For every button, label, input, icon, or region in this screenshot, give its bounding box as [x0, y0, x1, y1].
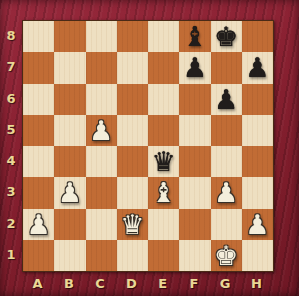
square-b8[interactable]: [54, 21, 85, 52]
square-c2[interactable]: [86, 209, 117, 240]
file-label-f: F: [178, 270, 209, 296]
square-h7[interactable]: ♟: [242, 52, 273, 83]
square-f8[interactable]: ♝: [179, 21, 210, 52]
black-queen-e4[interactable]: ♛: [152, 148, 176, 175]
square-b6[interactable]: [54, 84, 85, 115]
square-h3[interactable]: [242, 177, 273, 208]
square-c7[interactable]: [86, 52, 117, 83]
white-pawn-g3[interactable]: ♟: [214, 179, 238, 206]
file-labels: ABCDEFGH: [22, 270, 272, 296]
square-f5[interactable]: [179, 115, 210, 146]
square-d6[interactable]: [117, 84, 148, 115]
square-g4[interactable]: [211, 146, 242, 177]
black-pawn-f7[interactable]: ♟: [183, 54, 207, 81]
square-a3[interactable]: [23, 177, 54, 208]
square-g6[interactable]: ♟: [211, 84, 242, 115]
square-c1[interactable]: [86, 240, 117, 271]
white-bishop-e3[interactable]: ♝: [152, 179, 176, 206]
chess-diagram: 87654321 ♝♚♟♟♟♟♛♟♝♟♟♛♟♚ ABCDEFGH: [0, 0, 299, 296]
square-d1[interactable]: [117, 240, 148, 271]
square-e6[interactable]: [148, 84, 179, 115]
file-label-g: G: [210, 270, 241, 296]
square-d5[interactable]: [117, 115, 148, 146]
square-g8[interactable]: ♚: [211, 21, 242, 52]
square-e7[interactable]: [148, 52, 179, 83]
square-b5[interactable]: [54, 115, 85, 146]
square-h2[interactable]: ♟: [242, 209, 273, 240]
square-c3[interactable]: [86, 177, 117, 208]
square-b7[interactable]: [54, 52, 85, 83]
square-e8[interactable]: [148, 21, 179, 52]
white-king-g1[interactable]: ♚: [214, 242, 238, 269]
square-c4[interactable]: [86, 146, 117, 177]
file-label-e: E: [147, 270, 178, 296]
file-label-a: A: [22, 270, 53, 296]
square-e3[interactable]: ♝: [148, 177, 179, 208]
file-label-d: D: [116, 270, 147, 296]
rank-label-6: 6: [0, 83, 22, 114]
black-pawn-h7[interactable]: ♟: [245, 54, 269, 81]
square-a2[interactable]: ♟: [23, 209, 54, 240]
square-e5[interactable]: [148, 115, 179, 146]
rank-label-5: 5: [0, 114, 22, 145]
square-a4[interactable]: [23, 146, 54, 177]
file-label-b: B: [53, 270, 84, 296]
rank-label-1: 1: [0, 239, 22, 270]
black-pawn-g6[interactable]: ♟: [214, 86, 238, 113]
rank-label-4: 4: [0, 145, 22, 176]
square-g3[interactable]: ♟: [211, 177, 242, 208]
white-pawn-h2[interactable]: ♟: [245, 211, 269, 238]
square-a5[interactable]: [23, 115, 54, 146]
square-f3[interactable]: [179, 177, 210, 208]
square-d3[interactable]: [117, 177, 148, 208]
square-f7[interactable]: ♟: [179, 52, 210, 83]
square-a7[interactable]: [23, 52, 54, 83]
square-d2[interactable]: ♛: [117, 209, 148, 240]
rank-label-7: 7: [0, 51, 22, 82]
square-b4[interactable]: [54, 146, 85, 177]
square-f2[interactable]: [179, 209, 210, 240]
square-g1[interactable]: ♚: [211, 240, 242, 271]
square-h5[interactable]: [242, 115, 273, 146]
square-f1[interactable]: [179, 240, 210, 271]
square-g7[interactable]: [211, 52, 242, 83]
square-h8[interactable]: [242, 21, 273, 52]
square-h6[interactable]: [242, 84, 273, 115]
square-c8[interactable]: [86, 21, 117, 52]
white-queen-d2[interactable]: ♛: [120, 211, 144, 238]
square-a8[interactable]: [23, 21, 54, 52]
black-bishop-f8[interactable]: ♝: [183, 23, 207, 50]
rank-labels: 87654321: [0, 20, 22, 270]
square-b2[interactable]: [54, 209, 85, 240]
chess-board[interactable]: ♝♚♟♟♟♟♛♟♝♟♟♛♟♚: [22, 20, 274, 272]
square-c5[interactable]: ♟: [86, 115, 117, 146]
white-pawn-c5[interactable]: ♟: [89, 117, 113, 144]
rank-label-2: 2: [0, 208, 22, 239]
white-pawn-b3[interactable]: ♟: [58, 179, 82, 206]
square-h4[interactable]: [242, 146, 273, 177]
square-a6[interactable]: [23, 84, 54, 115]
square-a1[interactable]: [23, 240, 54, 271]
rank-label-3: 3: [0, 176, 22, 207]
square-f6[interactable]: [179, 84, 210, 115]
black-king-g8[interactable]: ♚: [214, 23, 238, 50]
square-e4[interactable]: ♛: [148, 146, 179, 177]
square-e1[interactable]: [148, 240, 179, 271]
square-b3[interactable]: ♟: [54, 177, 85, 208]
square-h1[interactable]: [242, 240, 273, 271]
square-e2[interactable]: [148, 209, 179, 240]
square-b1[interactable]: [54, 240, 85, 271]
square-d8[interactable]: [117, 21, 148, 52]
file-label-c: C: [85, 270, 116, 296]
square-g5[interactable]: [211, 115, 242, 146]
square-c6[interactable]: [86, 84, 117, 115]
square-d4[interactable]: [117, 146, 148, 177]
white-pawn-a2[interactable]: ♟: [27, 211, 51, 238]
square-g2[interactable]: [211, 209, 242, 240]
square-f4[interactable]: [179, 146, 210, 177]
rank-label-8: 8: [0, 20, 22, 51]
square-d7[interactable]: [117, 52, 148, 83]
file-label-h: H: [241, 270, 272, 296]
